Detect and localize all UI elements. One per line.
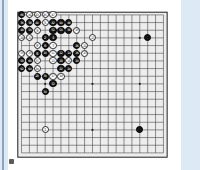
stone-black-6: 6 (42, 42, 49, 49)
stone-move-number: 33 (20, 51, 23, 55)
stone-move-number: 7 (52, 43, 54, 48)
stone-black-54: 54 (57, 27, 64, 34)
stone-black-42: 42 (49, 19, 56, 26)
stone-black-12: 12 (57, 50, 64, 57)
stone-move-number: 10 (43, 51, 46, 55)
stone-move-number: 60 (28, 59, 31, 63)
stone-black-44: 44 (57, 19, 64, 26)
stone-move-number: 15 (67, 59, 70, 63)
stone-white-19: 19 (57, 73, 64, 80)
stone-move-number: 31 (28, 36, 31, 40)
stone-black-50: 50 (26, 27, 33, 34)
stone-white-35: 35 (26, 50, 33, 57)
stone-move-number: 54 (59, 28, 62, 32)
stone-move-number: 66 (20, 13, 23, 17)
stone-move-number: 1 (44, 128, 46, 133)
page-corner-mark (9, 159, 14, 164)
stone-move-number: 14 (67, 51, 70, 55)
stone-black-10: 10 (42, 50, 49, 57)
stone-move-number: 34 (43, 90, 46, 94)
stone-move-number: 39 (36, 67, 39, 71)
stone-move-number: 47 (51, 13, 54, 17)
stone-move-number: 56 (67, 28, 70, 32)
stone-move-number: 17 (51, 74, 54, 78)
stone-move-number: 19 (59, 74, 62, 78)
stone-move-number: 42 (51, 21, 54, 25)
stone-move-number: 5 (44, 20, 46, 25)
stone-move-number: 20 (75, 59, 78, 63)
stone-move-number: 38 (28, 21, 31, 25)
stone-move-number: 2 (44, 36, 46, 41)
stone-move-number: 48 (20, 28, 23, 32)
stone-move-number: 27 (91, 36, 94, 40)
stone-move-number: 37 (36, 59, 39, 63)
stone-move-number: 40 (36, 21, 39, 25)
stone-move-number: 9 (36, 43, 38, 48)
stone-black-48: 48 (18, 27, 25, 34)
stone-black-18: 18 (57, 57, 64, 64)
stone-move-number: 46 (67, 21, 70, 25)
stone-move-number: 32 (51, 82, 54, 86)
stone-move-number: 43 (36, 13, 39, 17)
stone-black-34: 34 (42, 88, 49, 95)
stone-move-number: 11 (51, 51, 54, 55)
stone-move-number: 18 (59, 59, 62, 63)
stone-white-23: 23 (81, 50, 88, 57)
go-board[interactable]: 6641434547363840542444648503525456252931… (0, 0, 200, 170)
stone-white-9: 9 (34, 42, 41, 49)
stone-move-number: 24 (67, 67, 70, 71)
stone-move-number: 44 (59, 21, 62, 25)
stone-white-39: 39 (34, 65, 41, 72)
stone-move-number: 58 (20, 59, 23, 63)
stone-move-number: 35 (28, 51, 31, 55)
stone-move-number: 36 (20, 21, 23, 25)
stone-move-number: 64 (28, 67, 31, 71)
stone-black-30: 30 (42, 73, 49, 80)
stone-white-17: 17 (49, 73, 56, 80)
stone-move-number: 22 (59, 67, 62, 71)
stone-move-number: 13 (51, 59, 54, 63)
stone-black-40: 40 (34, 19, 41, 26)
stone-move-number: 23 (83, 51, 86, 55)
stone-move-number: 28 (36, 74, 39, 78)
stone-move-number: 45 (43, 13, 46, 17)
stone-move-number: 12 (59, 51, 62, 55)
stone-white-11: 11 (49, 50, 56, 57)
stone-move-number: 6 (44, 43, 46, 48)
stone-move-number: 29 (20, 36, 23, 40)
stone-move-number: 25 (75, 28, 78, 32)
stone-white-33: 33 (18, 50, 25, 57)
stone-black-28: 28 (34, 73, 41, 80)
stone-move-number: 50 (28, 28, 31, 32)
stone-move-number: 21 (83, 44, 86, 48)
stone-move-number: 41 (28, 13, 31, 17)
stone-move-number: 16 (75, 51, 78, 55)
stone-move-number: 3 (36, 28, 38, 33)
stone-move-number: 62 (20, 67, 23, 71)
stone-white-3: 3 (34, 27, 41, 34)
stone-move-number: 8 (36, 51, 38, 56)
stone-move-number: 26 (75, 44, 78, 48)
stone-black-8: 8 (34, 50, 41, 57)
stone-move-number: 4 (52, 36, 54, 41)
stone-white-7: 7 (49, 42, 56, 49)
stone-black-52: 52 (49, 27, 56, 34)
stone-move-number: 52 (51, 28, 54, 32)
stone-move-number: 30 (43, 74, 46, 78)
stone-white-5: 5 (42, 19, 49, 26)
stone-black-22: 22 (57, 65, 64, 72)
